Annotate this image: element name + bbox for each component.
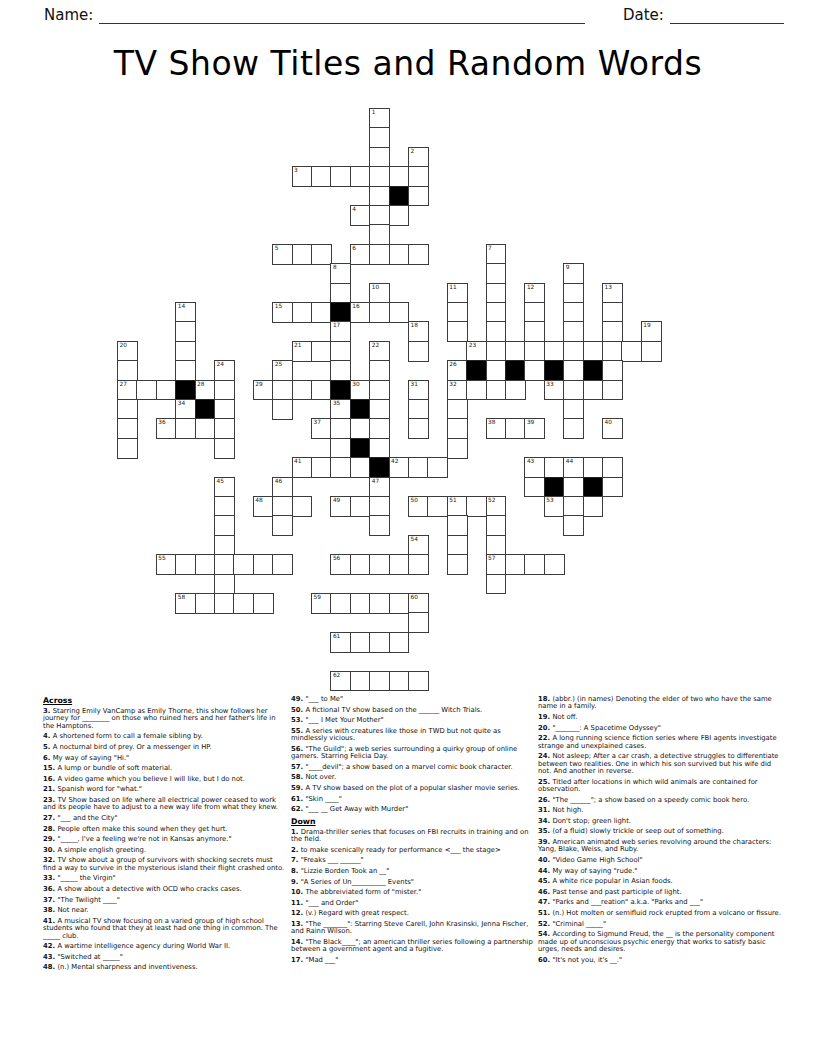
grid-cell-r3c9[interactable]: 3	[292, 166, 313, 187]
grid-cell-r16c3[interactable]	[175, 418, 196, 439]
grid-cell-r15c11[interactable]: 35	[330, 399, 351, 420]
cell-number-23: 23	[469, 342, 476, 349]
grid-cell-r25c10[interactable]: 59	[311, 593, 332, 614]
grid-cell-r25c7[interactable]	[253, 593, 274, 614]
grid-cell-r14c15[interactable]: 31	[408, 380, 429, 401]
grid-cell-r20c17[interactable]: 51	[447, 496, 468, 517]
grid-cell-r23c6[interactable]	[233, 554, 254, 575]
grid-cell-r16c21[interactable]: 39	[524, 418, 545, 439]
grid-cell-r19c25[interactable]	[602, 477, 623, 498]
clue-8-down: 8. "Lizzie Borden Took an __"	[291, 868, 534, 875]
clue-number: 44.	[538, 867, 552, 875]
clue-20-down: 20. "_______: A Spacetime Odyssey"	[538, 725, 781, 732]
clue-9-down: 9. "A Series of Un__________ Events"	[291, 879, 534, 886]
grid-cell-r14c7[interactable]: 29	[253, 380, 274, 401]
grid-cell-r23c11[interactable]: 56	[330, 554, 351, 575]
grid-cell-r29c15[interactable]	[408, 671, 429, 692]
name-blank-line	[99, 9, 585, 24]
clue-number: 23.	[43, 796, 57, 804]
clue-35-down: 35. (of a fluid) slowly trickle or seep …	[538, 828, 781, 835]
grid-cell-r8c19[interactable]	[486, 263, 507, 284]
grid-cell-r13c13[interactable]	[369, 360, 390, 381]
grid-cell-r18c10[interactable]	[311, 457, 332, 478]
grid-cell-r13c3[interactable]	[175, 360, 196, 381]
cell-number-58: 58	[178, 594, 185, 601]
grid-cell-r16c25[interactable]: 40	[602, 418, 623, 439]
grid-cell-r14c12[interactable]: 30	[350, 380, 371, 401]
grid-cell-r9c19[interactable]	[486, 283, 507, 304]
cell-number-60: 60	[411, 594, 418, 601]
cell-number-59: 59	[314, 594, 321, 601]
cell-number-8: 8	[333, 264, 337, 271]
grid-cell-r23c14[interactable]	[389, 554, 410, 575]
grid-cell-r16c12[interactable]	[350, 418, 371, 439]
grid-cell-r11c27[interactable]: 19	[641, 321, 662, 342]
grid-cell-r16c5[interactable]	[214, 418, 235, 439]
clue-15-across: 15. A lump or bundle of soft material.	[43, 765, 286, 772]
grid-cell-r25c12[interactable]	[350, 593, 371, 614]
cell-number-52: 52	[488, 497, 495, 504]
grid-cell-r25c15[interactable]: 60	[408, 593, 429, 614]
grid-cell-r16c0[interactable]	[117, 418, 138, 439]
grid-cell-r20c11[interactable]: 49	[330, 496, 351, 517]
grid-cell-r12c24[interactable]	[583, 341, 604, 362]
cell-number-22: 22	[372, 342, 379, 349]
grid-cell-r7c10[interactable]	[311, 244, 332, 265]
grid-cell-r9c21[interactable]: 12	[524, 283, 545, 304]
grid-cell-r13c19[interactable]	[486, 360, 507, 381]
grid-cell-r3c13[interactable]	[369, 166, 390, 187]
grid-cell-r24c19[interactable]	[486, 574, 507, 595]
clue-number: 2.	[291, 846, 301, 854]
grid-cell-r14c4[interactable]: 28	[195, 380, 216, 401]
grid-cell-r14c22[interactable]: 33	[544, 380, 565, 401]
grid-cell-r21c8[interactable]	[272, 515, 293, 536]
grid-cell-r23c5[interactable]	[214, 554, 235, 575]
grid-cell-r3c12[interactable]	[350, 166, 371, 187]
grid-cell-r16c20[interactable]	[505, 418, 526, 439]
cell-number-24: 24	[217, 361, 224, 368]
grid-cell-r11c21[interactable]	[524, 321, 545, 342]
grid-cell-r9c11[interactable]	[330, 283, 351, 304]
grid-cell-r12c23[interactable]	[563, 341, 584, 362]
grid-cell-r10c25[interactable]	[602, 302, 623, 323]
grid-cell-r14c25[interactable]	[602, 380, 623, 401]
cell-number-21: 21	[294, 342, 301, 349]
grid-cell-r27c11[interactable]: 61	[330, 632, 351, 653]
clue-number: 24.	[538, 752, 552, 760]
grid-cell-r18c24[interactable]	[583, 457, 604, 478]
grid-cell-r22c5[interactable]	[214, 535, 235, 556]
grid-cell-r25c3[interactable]: 58	[175, 593, 196, 614]
grid-cell-r29c14[interactable]	[389, 671, 410, 692]
grid-cell-r10c17[interactable]	[447, 302, 468, 323]
grid-cell-r3c15[interactable]	[408, 166, 429, 187]
grid-cell-r19c13[interactable]: 47	[369, 477, 390, 498]
grid-cell-r14c24[interactable]	[583, 380, 604, 401]
cell-number-61: 61	[333, 633, 340, 640]
clue-28-across: 28. People often make this sound when th…	[43, 826, 286, 833]
grid-cell-r14c18[interactable]	[466, 380, 487, 401]
clue-6-across: 6. My way of saying "Hi."	[43, 755, 286, 762]
grid-cell-r21c19[interactable]	[486, 515, 507, 536]
grid-cell-r7c19[interactable]: 7	[486, 244, 507, 265]
grid-cell-r18c15[interactable]	[408, 457, 429, 478]
clue-22-down: 22. A long running science fiction serie…	[538, 735, 781, 750]
cell-number-15: 15	[275, 303, 282, 310]
grid-cell-r18c22[interactable]	[544, 457, 565, 478]
grid-cell-r23c3[interactable]	[175, 554, 196, 575]
grid-cell-r5c13[interactable]	[369, 205, 390, 226]
cell-number-46: 46	[275, 478, 282, 485]
grid-cell-r2c15[interactable]: 2	[408, 147, 429, 168]
grid-cell-r12c25[interactable]	[602, 341, 623, 362]
clue-33-across: 33. "_____ the Virgin"	[43, 875, 286, 882]
grid-cell-r10c19[interactable]	[486, 302, 507, 323]
grid-cell-r16c10[interactable]: 37	[311, 418, 332, 439]
cell-number-5: 5	[275, 245, 279, 252]
grid-cell-r3c11[interactable]	[330, 166, 351, 187]
grid-cell-r9c17[interactable]: 11	[447, 283, 468, 304]
grid-cell-r19c21[interactable]	[524, 477, 545, 498]
grid-cell-r26c15[interactable]	[408, 612, 429, 633]
grid-cell-r11c25[interactable]	[602, 321, 623, 342]
clue-number: 33.	[43, 874, 57, 882]
grid-cell-r25c11[interactable]	[330, 593, 351, 614]
grid-cell-r12c18[interactable]: 23	[466, 341, 487, 362]
black-cell-r15c4	[195, 399, 216, 420]
black-cell-r10c11	[330, 302, 351, 323]
grid-cell-r15c17[interactable]	[447, 399, 468, 420]
grid-cell-r14c8[interactable]	[272, 380, 293, 401]
grid-cell-r12c22[interactable]	[544, 341, 565, 362]
grid-cell-r7c8[interactable]: 5	[272, 244, 293, 265]
grid-cell-r12c15[interactable]	[408, 341, 429, 362]
clue-55-across: 55. A series with creatures like those i…	[291, 728, 534, 743]
grid-cell-r3c10[interactable]	[311, 166, 332, 187]
clue-number: 28.	[43, 825, 57, 833]
grid-cell-r18c14[interactable]: 42	[389, 457, 410, 478]
crossword-grid: 1234567891011121314151617181920212223242…	[117, 108, 662, 692]
grid-cell-r16c11[interactable]	[330, 418, 351, 439]
grid-cell-r23c8[interactable]	[272, 554, 293, 575]
grid-cell-r4c13[interactable]	[369, 186, 390, 207]
cell-number-12: 12	[527, 284, 534, 291]
grid-cell-r20c24[interactable]	[583, 496, 604, 517]
grid-cell-r18c16[interactable]	[427, 457, 448, 478]
grid-cell-r12c19[interactable]	[486, 341, 507, 362]
grid-cell-r12c0[interactable]: 20	[117, 341, 138, 362]
grid-cell-r14c2[interactable]	[156, 380, 177, 401]
grid-cell-r11c19[interactable]	[486, 321, 507, 342]
clue-number: 49.	[291, 695, 305, 703]
grid-cell-r18c9[interactable]: 41	[292, 457, 313, 478]
grid-cell-r14c9[interactable]	[292, 380, 313, 401]
grid-cell-r10c10[interactable]	[311, 302, 332, 323]
grid-cell-r21c13[interactable]	[369, 515, 390, 536]
grid-cell-r16c4[interactable]	[195, 418, 216, 439]
clue-number: 52.	[538, 920, 552, 928]
cell-number-42: 42	[391, 458, 398, 465]
grid-cell-r7c13[interactable]	[369, 244, 390, 265]
grid-cell-r18c12[interactable]	[350, 457, 371, 478]
grid-cell-r10c8[interactable]: 15	[272, 302, 293, 323]
grid-cell-r17c13[interactable]	[369, 438, 390, 459]
grid-cell-r29c12[interactable]	[350, 671, 371, 692]
grid-cell-r16c13[interactable]	[369, 418, 390, 439]
grid-cell-r16c23[interactable]	[563, 418, 584, 439]
cell-number-6: 6	[352, 245, 356, 252]
grid-cell-r12c27[interactable]	[641, 341, 662, 362]
grid-cell-r16c19[interactable]: 38	[486, 418, 507, 439]
grid-cell-r12c21[interactable]	[524, 341, 545, 362]
clue-number: 39.	[538, 838, 552, 846]
grid-cell-r13c0[interactable]	[117, 360, 138, 381]
grid-cell-r10c12[interactable]: 16	[350, 302, 371, 323]
grid-cell-r10c3[interactable]: 14	[175, 302, 196, 323]
grid-cell-r14c13[interactable]	[369, 380, 390, 401]
grid-cell-r10c14[interactable]	[389, 302, 410, 323]
grid-cell-r11c3[interactable]	[175, 321, 196, 342]
grid-cell-r0c13[interactable]: 1	[369, 108, 390, 129]
grid-cell-r12c9[interactable]: 21	[292, 341, 313, 362]
grid-cell-r22c19[interactable]	[486, 535, 507, 556]
grid-cell-r20c23[interactable]	[563, 496, 584, 517]
black-cell-r13c24	[583, 360, 604, 381]
grid-cell-r20c15[interactable]: 50	[408, 496, 429, 517]
grid-cell-r8c23[interactable]: 9	[563, 263, 584, 284]
grid-cell-r18c23[interactable]: 44	[563, 457, 584, 478]
grid-cell-r13c17[interactable]: 26	[447, 360, 468, 381]
grid-cell-r15c5[interactable]	[214, 399, 235, 420]
grid-cell-r20c22[interactable]: 53	[544, 496, 565, 517]
grid-cell-r22c17[interactable]	[447, 535, 468, 556]
clue-number: 62.	[291, 805, 305, 813]
grid-cell-r19c23[interactable]	[563, 477, 584, 498]
grid-cell-r20c19[interactable]: 52	[486, 496, 507, 517]
grid-cell-r16c15[interactable]	[408, 418, 429, 439]
grid-cell-r23c21[interactable]	[524, 554, 545, 575]
grid-cell-r11c17[interactable]	[447, 321, 468, 342]
clue-44-down: 44. My way of saying "rude."	[538, 868, 781, 875]
grid-cell-r20c5[interactable]	[214, 496, 235, 517]
cell-number-40: 40	[605, 419, 612, 426]
grid-cell-r7c9[interactable]	[292, 244, 313, 265]
grid-cell-r1c13[interactable]	[369, 127, 390, 148]
grid-cell-r5c12[interactable]: 4	[350, 205, 371, 226]
grid-cell-r11c23[interactable]	[563, 321, 584, 342]
cell-number-49: 49	[333, 497, 340, 504]
grid-cell-r15c23[interactable]	[563, 399, 584, 420]
grid-cell-r14c10[interactable]	[311, 380, 332, 401]
clue-32-across: 32. TV show about a group of survivors w…	[43, 857, 286, 872]
grid-cell-r20c9[interactable]	[292, 496, 313, 517]
clue-26-down: 26. "The ______"; a show based on a spee…	[538, 797, 781, 804]
grid-cell-r17c11[interactable]	[330, 438, 351, 459]
clue-number: 32.	[43, 856, 57, 864]
clue-number: 37.	[43, 896, 57, 904]
grid-cell-r9c25[interactable]: 13	[602, 283, 623, 304]
cell-number-13: 13	[605, 284, 612, 291]
grid-cell-r23c17[interactable]	[447, 554, 468, 575]
grid-cell-r10c9[interactable]	[292, 302, 313, 323]
cell-number-35: 35	[333, 400, 340, 407]
grid-cell-r4c15[interactable]	[408, 186, 429, 207]
grid-cell-r23c12[interactable]	[350, 554, 371, 575]
grid-cell-r22c15[interactable]: 54	[408, 535, 429, 556]
grid-cell-r13c11[interactable]	[330, 360, 351, 381]
grid-cell-r18c11[interactable]	[330, 457, 351, 478]
name-field-row: Name:	[44, 6, 585, 24]
cell-number-56: 56	[333, 555, 340, 562]
clue-19-down: 19. Not off.	[538, 714, 781, 721]
grid-cell-r11c15[interactable]: 18	[408, 321, 429, 342]
clue-34-down: 34. Don't stop; green light.	[538, 818, 781, 825]
grid-cell-r14c5[interactable]	[214, 380, 235, 401]
grid-cell-r14c1[interactable]	[136, 380, 157, 401]
grid-cell-r25c14[interactable]	[389, 593, 410, 614]
grid-cell-r23c13[interactable]	[369, 554, 390, 575]
grid-cell-r23c20[interactable]	[505, 554, 526, 575]
grid-cell-r20c7[interactable]: 48	[253, 496, 274, 517]
grid-cell-r25c4[interactable]	[195, 593, 216, 614]
grid-cell-r16c17[interactable]	[447, 418, 468, 439]
cell-number-47: 47	[372, 478, 379, 485]
grid-cell-r3c14[interactable]	[389, 166, 410, 187]
grid-cell-r10c13[interactable]	[369, 302, 390, 323]
grid-cell-r15c0[interactable]	[117, 399, 138, 420]
grid-cell-r29c13[interactable]	[369, 671, 390, 692]
grid-cell-r18c25[interactable]	[602, 457, 623, 478]
cell-number-29: 29	[255, 381, 262, 388]
grid-cell-r12c20[interactable]	[505, 341, 526, 362]
cell-number-36: 36	[158, 419, 165, 426]
grid-cell-r21c17[interactable]	[447, 515, 468, 536]
grid-cell-r14c19[interactable]	[486, 380, 507, 401]
grid-cell-r7c14[interactable]	[389, 244, 410, 265]
cell-number-30: 30	[352, 381, 359, 388]
grid-cell-r5c14[interactable]	[389, 205, 410, 226]
grid-cell-r2c13[interactable]	[369, 147, 390, 168]
grid-cell-r21c23[interactable]	[563, 515, 584, 536]
grid-cell-r27c14[interactable]	[389, 632, 410, 653]
grid-cell-r20c16[interactable]	[427, 496, 448, 517]
grid-cell-r18c21[interactable]: 43	[524, 457, 545, 478]
cell-number-53: 53	[546, 497, 553, 504]
clue-58-across: 58. Not over.	[291, 774, 534, 781]
grid-cell-r29c11[interactable]: 62	[330, 671, 351, 692]
clue-43-across: 43. "Switched at _____"	[43, 954, 286, 961]
grid-cell-r24c5[interactable]	[214, 574, 235, 595]
grid-cell-r16c2[interactable]: 36	[156, 418, 177, 439]
grid-cell-r15c8[interactable]	[272, 399, 293, 420]
black-cell-r17c12	[350, 438, 371, 459]
grid-cell-r15c13[interactable]	[369, 399, 390, 420]
grid-cell-r23c4[interactable]	[195, 554, 216, 575]
date-blank-line	[670, 9, 784, 24]
grid-cell-r12c3[interactable]	[175, 341, 196, 362]
grid-cell-r13c21[interactable]	[524, 360, 545, 381]
grid-cell-r23c15[interactable]	[408, 554, 429, 575]
grid-cell-r9c13[interactable]: 10	[369, 283, 390, 304]
grid-cell-r15c3[interactable]: 34	[175, 399, 196, 420]
grid-cell-r25c6[interactable]	[233, 593, 254, 614]
grid-cell-r23c22[interactable]	[544, 554, 565, 575]
grid-cell-r12c11[interactable]	[330, 341, 351, 362]
clue-number: 46.	[538, 888, 552, 896]
grid-cell-r6c13[interactable]	[369, 224, 390, 245]
grid-cell-r20c13[interactable]	[369, 496, 390, 517]
clue-number: 53.	[291, 716, 305, 724]
cell-number-39: 39	[527, 419, 534, 426]
grid-cell-r14c23[interactable]	[563, 380, 584, 401]
grid-cell-r13c25[interactable]	[602, 360, 623, 381]
grid-cell-r11c11[interactable]: 17	[330, 321, 351, 342]
cell-number-62: 62	[333, 672, 340, 679]
grid-cell-r13c5[interactable]: 24	[214, 360, 235, 381]
clue-number: 41.	[43, 917, 57, 925]
grid-cell-r19c8[interactable]: 46	[272, 477, 293, 498]
grid-cell-r10c21[interactable]	[524, 302, 545, 323]
grid-cell-r7c12[interactable]: 6	[350, 244, 371, 265]
grid-cell-r27c12[interactable]	[350, 632, 371, 653]
clue-2-down: 2. to make scenically ready for performa…	[291, 847, 534, 854]
clue-number: 51.	[538, 909, 552, 917]
grid-cell-r23c19[interactable]: 57	[486, 554, 507, 575]
clue-10-down: 10. The abbreiviated form of "mister."	[291, 889, 534, 896]
grid-cell-r13c8[interactable]: 25	[272, 360, 293, 381]
grid-cell-r15c15[interactable]	[408, 399, 429, 420]
clue-number: 55.	[291, 727, 305, 735]
grid-cell-r25c13[interactable]	[369, 593, 390, 614]
grid-cell-r7c15[interactable]	[408, 244, 429, 265]
grid-cell-r21c5[interactable]	[214, 515, 235, 536]
grid-cell-r20c8[interactable]	[272, 496, 293, 517]
clue-50-across: 50. A fictional TV show based on the ___…	[291, 707, 534, 714]
grid-cell-r17c5[interactable]	[214, 438, 235, 459]
grid-cell-r8c11[interactable]: 8	[330, 263, 351, 284]
cell-number-1: 1	[372, 109, 376, 116]
grid-cell-r17c17[interactable]	[447, 438, 468, 459]
grid-cell-r17c0[interactable]	[117, 438, 138, 459]
grid-cell-r14c17[interactable]: 32	[447, 380, 468, 401]
grid-cell-r20c18[interactable]	[466, 496, 487, 517]
grid-cell-r14c0[interactable]: 27	[117, 380, 138, 401]
grid-cell-r23c7[interactable]	[253, 554, 274, 575]
clue-number: 1.	[291, 828, 301, 836]
grid-cell-r12c13[interactable]: 22	[369, 341, 390, 362]
clue-14-down: 14. "The Black____"; an american thrille…	[291, 939, 534, 954]
clue-number: 5.	[43, 743, 53, 751]
cell-number-7: 7	[488, 245, 492, 252]
grid-cell-r14c20[interactable]	[505, 380, 526, 401]
grid-cell-r9c23[interactable]	[563, 283, 584, 304]
clue-57-across: 57. "____devil"; a show based on a marve…	[291, 764, 534, 771]
grid-cell-r19c5[interactable]: 45	[214, 477, 235, 498]
down-clues-part1: 1. Drama-thriller series that focuses on…	[291, 829, 534, 965]
grid-cell-r12c10[interactable]	[311, 341, 332, 362]
grid-cell-r27c13[interactable]	[369, 632, 390, 653]
grid-cell-r10c23[interactable]	[563, 302, 584, 323]
grid-cell-r20c12[interactable]	[350, 496, 371, 517]
grid-cell-r25c5[interactable]	[214, 593, 235, 614]
clue-number: 48.	[43, 963, 57, 971]
grid-cell-r12c26[interactable]	[621, 341, 642, 362]
grid-cell-r13c23[interactable]	[563, 360, 584, 381]
grid-cell-r23c2[interactable]: 55	[156, 554, 177, 575]
black-cell-r4c14	[389, 186, 410, 207]
clue-number: 61.	[291, 795, 305, 803]
